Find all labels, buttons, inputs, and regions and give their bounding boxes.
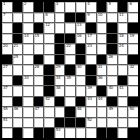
letter-cell-r11c11[interactable]: 49 xyxy=(107,107,117,117)
letter-cell-r3c10[interactable] xyxy=(97,23,107,33)
letter-cell-r5c7[interactable]: 22 xyxy=(65,44,75,54)
letter-cell-r11c8[interactable]: 48 xyxy=(76,107,86,117)
clue-number: 34 xyxy=(56,76,61,80)
letter-cell-r6c5[interactable] xyxy=(44,55,54,65)
clue-number: 11 xyxy=(119,13,124,17)
clue-number: 52 xyxy=(87,118,92,122)
clue-number: 3 xyxy=(56,2,58,6)
letter-cell-r4c1[interactable] xyxy=(2,34,12,44)
letter-cell-r11c3[interactable] xyxy=(23,107,33,117)
clue-number: 19 xyxy=(129,34,134,38)
letter-cell-r7c2[interactable] xyxy=(13,65,23,75)
clue-number: 36 xyxy=(98,76,103,80)
letter-cell-r12c9[interactable]: 52 xyxy=(86,118,96,128)
letter-cell-r10c1[interactable] xyxy=(2,97,12,107)
letter-cell-r6c7[interactable] xyxy=(65,55,75,65)
block-cell-r11c7 xyxy=(65,107,75,117)
block-cell-r13c10 xyxy=(97,128,107,138)
block-cell-r3c13 xyxy=(128,23,138,33)
letter-cell-r5c1[interactable]: 20 xyxy=(2,44,12,54)
letter-cell-r8c4[interactable] xyxy=(34,76,44,86)
letter-cell-r3c6[interactable] xyxy=(55,23,65,33)
block-cell-r2c7 xyxy=(65,13,75,23)
clue-number: 44 xyxy=(98,97,103,101)
block-cell-r10c6 xyxy=(55,97,65,107)
clue-number: 5 xyxy=(108,2,110,6)
clue-number: 13 xyxy=(77,23,82,27)
letter-cell-r1c1[interactable]: 1 xyxy=(2,2,12,12)
clue-number: 50 xyxy=(129,107,134,111)
clue-number: 41 xyxy=(119,86,124,90)
letter-cell-r5c13[interactable] xyxy=(128,44,138,54)
letter-cell-r2c10[interactable]: 10 xyxy=(97,13,107,23)
block-cell-r8c12 xyxy=(118,76,128,86)
block-cell-r6c13 xyxy=(128,55,138,65)
letter-cell-r9c13[interactable] xyxy=(128,86,138,96)
letter-cell-r8c1[interactable] xyxy=(2,76,12,86)
clue-number: 37 xyxy=(3,86,8,90)
block-cell-r8c2 xyxy=(13,76,23,86)
block-cell-r13c13 xyxy=(128,128,138,138)
letter-cell-r9c12[interactable]: 41 xyxy=(118,86,128,96)
clue-number: 1 xyxy=(3,2,5,6)
clue-number: 47 xyxy=(35,107,40,111)
block-cell-r10c8 xyxy=(76,97,86,107)
letter-cell-r2c9[interactable]: 9 xyxy=(86,13,96,23)
clue-number: 17 xyxy=(87,34,92,38)
clue-number: 8 xyxy=(45,13,47,17)
clue-number: 27 xyxy=(3,65,8,69)
block-cell-r10c11 xyxy=(107,97,117,107)
letter-cell-r2c11[interactable] xyxy=(107,13,117,23)
letter-cell-r12c12[interactable] xyxy=(118,118,128,128)
letter-cell-r9c9[interactable]: 39 xyxy=(86,86,96,96)
letter-cell-r1c6[interactable]: 3 xyxy=(55,2,65,12)
block-cell-r3c11 xyxy=(107,23,117,33)
block-cell-r7c7 xyxy=(65,65,75,75)
letter-cell-r12c5[interactable] xyxy=(44,118,54,128)
letter-cell-r13c7[interactable] xyxy=(65,128,75,138)
letter-cell-r8c8[interactable] xyxy=(76,76,86,86)
letter-cell-r8c10[interactable]: 36 xyxy=(97,76,107,86)
letter-cell-r9c8[interactable] xyxy=(76,86,86,96)
block-cell-r4c7 xyxy=(65,34,75,44)
clue-number: 4 xyxy=(87,2,89,6)
clue-number: 53 xyxy=(56,128,61,132)
letter-cell-r10c7[interactable] xyxy=(65,97,75,107)
letter-cell-r11c1[interactable]: 45 xyxy=(2,107,12,117)
letter-cell-r3c7[interactable] xyxy=(65,23,75,33)
letter-cell-r13c9[interactable] xyxy=(86,128,96,138)
letter-cell-r12c11[interactable] xyxy=(107,118,117,128)
letter-cell-r2c4[interactable] xyxy=(34,13,44,23)
letter-cell-r3c1[interactable] xyxy=(2,23,12,33)
block-cell-r5c11 xyxy=(107,44,117,54)
letter-cell-r3c8[interactable]: 13 xyxy=(76,23,86,33)
letter-cell-r8c6[interactable]: 34 xyxy=(55,76,65,86)
letter-cell-r1c7[interactable] xyxy=(65,2,75,12)
clue-number: 32 xyxy=(129,65,134,69)
block-cell-r1c12 xyxy=(118,2,128,12)
letter-cell-r12c10[interactable] xyxy=(97,118,107,128)
block-cell-r5c8 xyxy=(76,44,86,54)
block-cell-r13c4 xyxy=(34,128,44,138)
letter-cell-r2c2[interactable] xyxy=(13,13,23,23)
letter-cell-r7c1[interactable]: 27 xyxy=(2,65,12,75)
letter-cell-r9c3[interactable] xyxy=(23,86,33,96)
letter-cell-r9c1[interactable]: 37 xyxy=(2,86,12,96)
letter-cell-r2c3[interactable] xyxy=(23,13,33,23)
block-cell-r6c6 xyxy=(55,55,65,65)
block-cell-r8c9 xyxy=(86,76,96,86)
clue-number: 30 xyxy=(77,65,82,69)
block-cell-r13c2 xyxy=(13,128,23,138)
letter-cell-r4c3[interactable]: 14 xyxy=(23,34,33,44)
clue-number: 38 xyxy=(56,86,61,90)
letter-cell-r5c3[interactable] xyxy=(23,44,33,54)
letter-cell-r5c9[interactable]: 23 xyxy=(86,44,96,54)
letter-cell-r11c12[interactable] xyxy=(118,107,128,117)
clue-number: 25 xyxy=(14,55,19,59)
letter-cell-r10c3[interactable] xyxy=(23,97,33,107)
letter-cell-r7c11[interactable] xyxy=(107,65,117,75)
block-cell-r12c7 xyxy=(65,118,75,128)
clue-number: 2 xyxy=(24,2,26,6)
clue-number: 20 xyxy=(3,44,8,48)
clue-number: 45 xyxy=(3,107,8,111)
clue-number: 7 xyxy=(3,13,5,17)
clue-number: 23 xyxy=(87,44,92,48)
block-cell-r12c6 xyxy=(55,118,65,128)
letter-cell-r5c10[interactable] xyxy=(97,44,107,54)
letter-cell-r6c11[interactable]: 26 xyxy=(107,55,117,65)
clue-number: 39 xyxy=(87,86,92,90)
letter-cell-r11c4[interactable]: 47 xyxy=(34,107,44,117)
letter-cell-r13c8[interactable] xyxy=(76,128,86,138)
block-cell-r3c2 xyxy=(13,23,23,33)
letter-cell-r4c8[interactable]: 16 xyxy=(76,34,86,44)
letter-cell-r9c7[interactable] xyxy=(65,86,75,96)
letter-cell-r5c5[interactable] xyxy=(44,44,54,54)
clue-number: 28 xyxy=(35,65,40,69)
letter-cell-r6c2[interactable]: 25 xyxy=(13,55,23,65)
letter-cell-r8c11[interactable] xyxy=(107,76,117,86)
letter-cell-r2c5[interactable]: 8 xyxy=(44,13,54,23)
letter-cell-r3c12[interactable] xyxy=(118,23,128,33)
block-cell-r10c4 xyxy=(34,97,44,107)
clue-number: 22 xyxy=(66,44,71,48)
block-cell-r4c2 xyxy=(13,34,23,44)
letter-cell-r13c1[interactable] xyxy=(2,128,12,138)
letter-cell-r7c12[interactable] xyxy=(118,65,128,75)
letter-cell-r5c12[interactable]: 24 xyxy=(118,44,128,54)
block-cell-r6c10 xyxy=(97,55,107,65)
clue-number: 42 xyxy=(45,97,50,101)
block-cell-r1c2 xyxy=(13,2,23,12)
letter-cell-r4c13[interactable]: 19 xyxy=(128,34,138,44)
letter-cell-r9c2[interactable] xyxy=(13,86,23,96)
letter-cell-r4c5[interactable] xyxy=(44,34,54,44)
block-cell-r7c5 xyxy=(44,65,54,75)
letter-cell-r6c3[interactable] xyxy=(23,55,33,65)
letter-cell-r7c4[interactable]: 28 xyxy=(34,65,44,75)
block-cell-r10c2 xyxy=(13,97,23,107)
letter-cell-r4c4[interactable]: 15 xyxy=(34,34,44,44)
letter-cell-r10c9[interactable]: 43 xyxy=(86,97,96,107)
letter-cell-r11c10[interactable] xyxy=(97,107,107,117)
block-cell-r3c9 xyxy=(86,23,96,33)
clue-number: 43 xyxy=(87,97,92,101)
clue-number: 9 xyxy=(87,13,89,17)
clue-number: 24 xyxy=(119,44,124,48)
letter-cell-r6c12[interactable] xyxy=(118,55,128,65)
clue-number: 14 xyxy=(24,34,29,38)
block-cell-r6c4 xyxy=(34,55,44,65)
letter-cell-r12c4[interactable] xyxy=(34,118,44,128)
letter-cell-r12c1[interactable]: 51 xyxy=(2,118,12,128)
letter-cell-r4c9[interactable]: 17 xyxy=(86,34,96,44)
letter-cell-r7c13[interactable]: 32 xyxy=(128,65,138,75)
block-cell-r3c4 xyxy=(34,23,44,33)
clue-number: 12 xyxy=(45,23,50,27)
letter-cell-r11c6[interactable] xyxy=(55,107,65,117)
clue-number: 18 xyxy=(119,34,124,38)
block-cell-r8c5 xyxy=(44,76,54,86)
clue-number: 10 xyxy=(98,13,103,17)
letter-cell-r9c6[interactable]: 38 xyxy=(55,86,65,96)
letter-cell-r11c9[interactable] xyxy=(86,107,96,117)
letter-cell-r13c3[interactable] xyxy=(23,128,33,138)
block-cell-r2c8 xyxy=(76,13,86,23)
crossword-screenshot: 1234567891011121314151617181920212223242… xyxy=(0,0,140,140)
crossword-grid: 1234567891011121314151617181920212223242… xyxy=(0,0,140,140)
letter-cell-r1c3[interactable]: 2 xyxy=(23,2,33,12)
letter-cell-r8c3[interactable]: 33 xyxy=(23,76,33,86)
letter-cell-r5c2[interactable]: 21 xyxy=(13,44,23,54)
clue-number: 16 xyxy=(77,34,82,38)
clue-number: 15 xyxy=(35,34,40,38)
clue-number: 49 xyxy=(108,107,113,111)
block-cell-r1c5 xyxy=(44,2,54,12)
letter-cell-r12c2[interactable] xyxy=(13,118,23,128)
letter-cell-r7c3[interactable] xyxy=(23,65,33,75)
letter-cell-r3c5[interactable]: 12 xyxy=(44,23,54,33)
letter-cell-r3c3[interactable] xyxy=(23,23,33,33)
letter-cell-r6c9[interactable] xyxy=(86,55,96,65)
letter-cell-r11c2[interactable]: 46 xyxy=(13,107,23,117)
letter-cell-r7c10[interactable]: 31 xyxy=(97,65,107,75)
letter-cell-r1c9[interactable]: 4 xyxy=(86,2,96,12)
block-cell-r1c10 xyxy=(97,2,107,12)
clue-number: 40 xyxy=(108,86,113,90)
letter-cell-r4c10[interactable] xyxy=(97,34,107,44)
block-cell-r10c13 xyxy=(128,97,138,107)
clue-number: 35 xyxy=(66,76,71,80)
clue-number: 51 xyxy=(3,118,8,122)
block-cell-r5c6 xyxy=(55,44,65,54)
letter-cell-r5c4[interactable] xyxy=(34,44,44,54)
letter-cell-r12c3[interactable] xyxy=(23,118,33,128)
block-cell-r12c8 xyxy=(76,118,86,128)
letter-cell-r11c5[interactable] xyxy=(44,107,54,117)
letter-cell-r11c13[interactable]: 50 xyxy=(128,107,138,117)
block-cell-r9c5 xyxy=(44,86,54,96)
letter-cell-r1c13[interactable]: 6 xyxy=(128,2,138,12)
letter-cell-r7c6[interactable]: 29 xyxy=(55,65,65,75)
letter-cell-r7c8[interactable]: 30 xyxy=(76,65,86,75)
letter-cell-r1c8[interactable] xyxy=(76,2,86,12)
block-cell-r9c10 xyxy=(97,86,107,96)
letter-cell-r9c11[interactable]: 40 xyxy=(107,86,117,96)
block-cell-r6c8 xyxy=(76,55,86,65)
letter-cell-r2c6[interactable] xyxy=(55,13,65,23)
clue-number: 31 xyxy=(98,65,103,69)
clue-number: 29 xyxy=(56,65,61,69)
letter-cell-r12c13[interactable] xyxy=(128,118,138,128)
letter-cell-r8c7[interactable]: 35 xyxy=(65,76,75,86)
block-cell-r13c11 xyxy=(107,128,117,138)
block-cell-r4c11 xyxy=(107,34,117,44)
letter-cell-r8c13[interactable] xyxy=(128,76,138,86)
clue-number: 46 xyxy=(14,107,19,111)
letter-cell-r10c10[interactable]: 44 xyxy=(97,97,107,107)
letter-cell-r13c6[interactable]: 53 xyxy=(55,128,65,138)
letter-cell-r2c1[interactable]: 7 xyxy=(2,13,12,23)
block-cell-r1c4 xyxy=(34,2,44,12)
letter-cell-r4c12[interactable]: 18 xyxy=(118,34,128,44)
letter-cell-r9c4[interactable] xyxy=(34,86,44,96)
letter-cell-r2c12[interactable]: 11 xyxy=(118,13,128,23)
block-cell-r4c6 xyxy=(55,34,65,44)
letter-cell-r10c12[interactable] xyxy=(118,97,128,107)
block-cell-r7c9 xyxy=(86,65,96,75)
letter-cell-r10c5[interactable]: 42 xyxy=(44,97,54,107)
clue-number: 21 xyxy=(14,44,19,48)
clue-number: 6 xyxy=(129,2,131,6)
letter-cell-r13c12[interactable] xyxy=(118,128,128,138)
clue-number: 26 xyxy=(108,55,113,59)
clue-number: 48 xyxy=(77,107,82,111)
block-cell-r6c1 xyxy=(2,55,12,65)
letter-cell-r1c11[interactable]: 5 xyxy=(107,2,117,12)
letter-cell-r2c13[interactable] xyxy=(128,13,138,23)
clue-number: 33 xyxy=(24,76,29,80)
block-cell-r13c5 xyxy=(44,128,54,138)
